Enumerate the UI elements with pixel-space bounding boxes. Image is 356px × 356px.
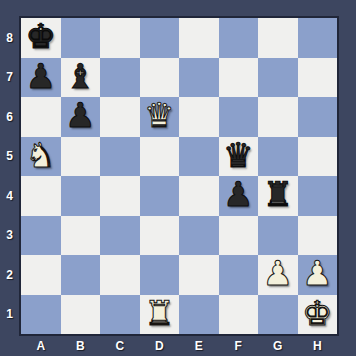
square-e7[interactable]	[179, 58, 219, 98]
piece-white-knight[interactable]: ♞	[26, 136, 56, 176]
rank-label-2: 2	[0, 255, 19, 295]
piece-black-pawn[interactable]: ♟	[223, 175, 253, 215]
square-c2[interactable]	[100, 255, 140, 295]
square-g3[interactable]	[258, 216, 298, 256]
square-h5[interactable]	[298, 137, 338, 177]
square-h7[interactable]	[298, 58, 338, 98]
square-g5[interactable]	[258, 137, 298, 177]
square-b2[interactable]	[61, 255, 101, 295]
chess-board-frame: 87654321 ♚♟♝♟♛♞♛♟♜♟♟♜♚ ABCDEFGH	[0, 0, 356, 356]
square-f6[interactable]	[219, 97, 259, 137]
file-label-c: C	[100, 336, 140, 356]
square-c5[interactable]	[100, 137, 140, 177]
square-e1[interactable]	[179, 295, 219, 335]
square-d6[interactable]: ♛	[140, 97, 180, 137]
square-e6[interactable]	[179, 97, 219, 137]
rank-label-1: 1	[0, 295, 19, 335]
square-e3[interactable]	[179, 216, 219, 256]
file-label-h: H	[298, 336, 338, 356]
square-h4[interactable]	[298, 176, 338, 216]
file-labels: ABCDEFGH	[21, 336, 337, 356]
square-c1[interactable]	[100, 295, 140, 335]
square-b1[interactable]	[61, 295, 101, 335]
piece-black-pawn[interactable]: ♟	[65, 96, 95, 136]
file-label-g: G	[258, 336, 298, 356]
square-g2[interactable]: ♟	[258, 255, 298, 295]
rank-label-4: 4	[0, 176, 19, 216]
piece-white-pawn[interactable]: ♟	[263, 254, 293, 294]
piece-black-rook[interactable]: ♜	[263, 175, 293, 215]
file-label-b: B	[61, 336, 101, 356]
square-c4[interactable]	[100, 176, 140, 216]
square-e8[interactable]	[179, 18, 219, 58]
square-a5[interactable]: ♞	[21, 137, 61, 177]
piece-white-king[interactable]: ♚	[302, 294, 332, 334]
square-d4[interactable]	[140, 176, 180, 216]
square-g8[interactable]	[258, 18, 298, 58]
piece-white-rook[interactable]: ♜	[144, 294, 174, 334]
rank-label-5: 5	[0, 137, 19, 177]
square-f8[interactable]	[219, 18, 259, 58]
square-e4[interactable]	[179, 176, 219, 216]
square-d2[interactable]	[140, 255, 180, 295]
square-d3[interactable]	[140, 216, 180, 256]
piece-black-king[interactable]: ♚	[26, 17, 56, 57]
square-a3[interactable]	[21, 216, 61, 256]
square-d5[interactable]	[140, 137, 180, 177]
square-d7[interactable]	[140, 58, 180, 98]
rank-labels: 87654321	[0, 18, 19, 334]
square-f5[interactable]: ♛	[219, 137, 259, 177]
square-c7[interactable]	[100, 58, 140, 98]
square-f4[interactable]: ♟	[219, 176, 259, 216]
square-f2[interactable]	[219, 255, 259, 295]
rank-label-8: 8	[0, 18, 19, 58]
piece-white-pawn[interactable]: ♟	[302, 254, 332, 294]
file-label-f: F	[219, 336, 259, 356]
square-g1[interactable]	[258, 295, 298, 335]
square-h6[interactable]	[298, 97, 338, 137]
rank-label-6: 6	[0, 97, 19, 137]
rank-label-7: 7	[0, 58, 19, 98]
square-f1[interactable]	[219, 295, 259, 335]
piece-black-queen[interactable]: ♛	[223, 136, 253, 176]
square-d8[interactable]	[140, 18, 180, 58]
square-b6[interactable]: ♟	[61, 97, 101, 137]
square-a7[interactable]: ♟	[21, 58, 61, 98]
square-b8[interactable]	[61, 18, 101, 58]
square-a4[interactable]	[21, 176, 61, 216]
square-a6[interactable]	[21, 97, 61, 137]
rank-label-3: 3	[0, 216, 19, 256]
square-e2[interactable]	[179, 255, 219, 295]
square-h8[interactable]	[298, 18, 338, 58]
square-a1[interactable]	[21, 295, 61, 335]
file-label-d: D	[140, 336, 180, 356]
square-c8[interactable]	[100, 18, 140, 58]
square-c3[interactable]	[100, 216, 140, 256]
square-b3[interactable]	[61, 216, 101, 256]
file-label-a: A	[21, 336, 61, 356]
square-a2[interactable]	[21, 255, 61, 295]
square-b7[interactable]: ♝	[61, 58, 101, 98]
square-d1[interactable]: ♜	[140, 295, 180, 335]
square-c6[interactable]	[100, 97, 140, 137]
square-b4[interactable]	[61, 176, 101, 216]
square-h3[interactable]	[298, 216, 338, 256]
square-g7[interactable]	[258, 58, 298, 98]
square-g6[interactable]	[258, 97, 298, 137]
square-a8[interactable]: ♚	[21, 18, 61, 58]
square-h2[interactable]: ♟	[298, 255, 338, 295]
file-label-e: E	[179, 336, 219, 356]
square-f7[interactable]	[219, 58, 259, 98]
square-h1[interactable]: ♚	[298, 295, 338, 335]
square-e5[interactable]	[179, 137, 219, 177]
square-g4[interactable]: ♜	[258, 176, 298, 216]
chess-board: ♚♟♝♟♛♞♛♟♜♟♟♜♚	[19, 16, 339, 336]
square-f3[interactable]	[219, 216, 259, 256]
piece-black-bishop[interactable]: ♝	[65, 57, 95, 97]
piece-black-pawn[interactable]: ♟	[26, 57, 56, 97]
square-b5[interactable]	[61, 137, 101, 177]
piece-white-queen[interactable]: ♛	[144, 96, 174, 136]
